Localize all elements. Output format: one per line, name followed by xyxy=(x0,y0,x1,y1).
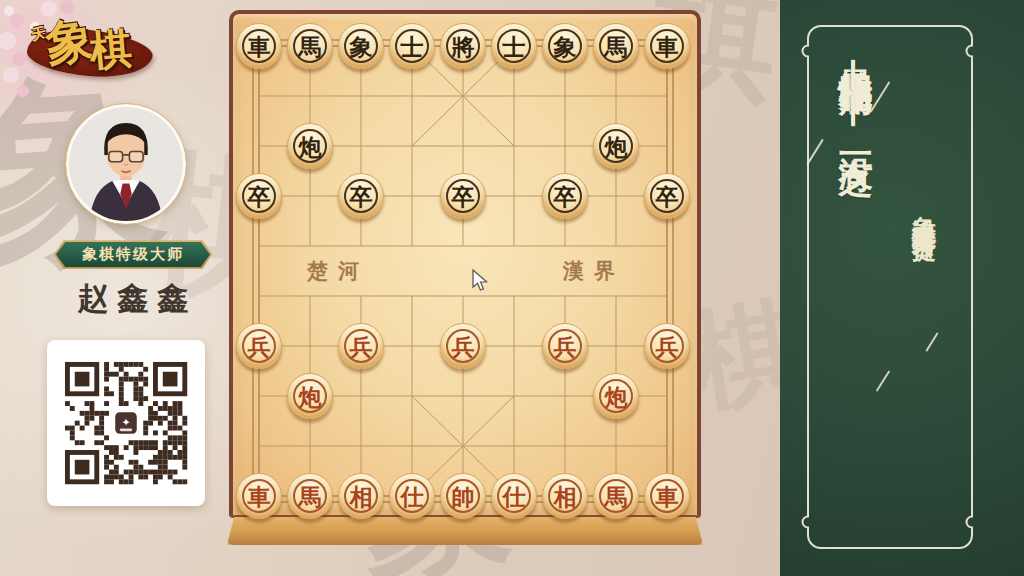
xiangqi-board-area: 楚河 漢界 車馬象士將士象馬車炮炮卒卒卒卒卒兵兵兵兵兵炮炮車馬相仕帥仕相馬車 xyxy=(229,0,701,576)
piece-ring xyxy=(446,329,480,363)
board-base-edge xyxy=(227,517,703,545)
piece-ring xyxy=(395,479,429,513)
xiangqi-board[interactable]: 楚河 漢界 車馬象士將士象馬車炮炮卒卒卒卒卒兵兵兵兵兵炮炮車馬相仕帥仕相馬車 xyxy=(229,10,701,518)
piece-ring xyxy=(446,179,480,213)
piece-red-兵[interactable]: 兵 xyxy=(338,323,384,369)
piece-black-馬[interactable]: 馬 xyxy=(287,23,333,69)
piece-black-卒[interactable]: 卒 xyxy=(542,173,588,219)
piece-ring xyxy=(548,29,582,63)
piece-black-馬[interactable]: 馬 xyxy=(593,23,639,69)
app-window: 象 棋 棋 象 棋 天天 象 棋 象棋特级大 xyxy=(0,0,1024,576)
piece-ring xyxy=(497,479,531,513)
episode-subtitle: 急进中兵首秀告捷 xyxy=(908,196,940,426)
piece-red-兵[interactable]: 兵 xyxy=(542,323,588,369)
piece-ring xyxy=(293,129,327,163)
master-title-banner: 象棋特级大师 xyxy=(54,239,212,270)
piece-red-仕[interactable]: 仕 xyxy=(491,473,537,519)
piece-ring xyxy=(344,179,378,213)
piece-red-馬[interactable]: 馬 xyxy=(287,473,333,519)
piece-ring xyxy=(293,379,327,413)
piece-black-卒[interactable]: 卒 xyxy=(236,173,282,219)
piece-ring xyxy=(395,29,429,63)
piece-ring xyxy=(599,129,633,163)
piece-ring xyxy=(293,29,327,63)
piece-red-相[interactable]: 相 xyxy=(338,473,384,519)
piece-black-車[interactable]: 車 xyxy=(236,23,282,69)
piece-black-卒[interactable]: 卒 xyxy=(338,173,384,219)
avatar-illustration xyxy=(69,107,183,221)
piece-ring xyxy=(650,29,684,63)
piece-ring xyxy=(599,29,633,63)
piece-ring xyxy=(446,29,480,63)
piece-ring xyxy=(242,329,276,363)
piece-red-炮[interactable]: 炮 xyxy=(593,373,639,419)
piece-red-仕[interactable]: 仕 xyxy=(389,473,435,519)
mouse-cursor xyxy=(471,269,491,293)
qr-code-image: ✦ xyxy=(56,353,196,493)
piece-red-車[interactable]: 車 xyxy=(644,473,690,519)
logo-char-qi: 棋 xyxy=(88,20,135,79)
piece-black-士[interactable]: 士 xyxy=(491,23,537,69)
piece-ring xyxy=(650,479,684,513)
player-name: 赵鑫鑫 xyxy=(38,278,228,320)
piece-black-將[interactable]: 將 xyxy=(440,23,486,69)
piece-ring xyxy=(242,479,276,513)
piece-red-相[interactable]: 相 xyxy=(542,473,588,519)
piece-red-馬[interactable]: 馬 xyxy=(593,473,639,519)
master-title-banner-inner: 象棋特级大师 xyxy=(56,241,210,268)
piece-red-兵[interactable]: 兵 xyxy=(644,323,690,369)
piece-black-象[interactable]: 象 xyxy=(338,23,384,69)
qr-code: ✦ xyxy=(47,340,205,506)
episode-main-title: 最凶悍的先手布局——没有之一 xyxy=(833,42,879,547)
piece-red-兵[interactable]: 兵 xyxy=(440,323,486,369)
piece-ring xyxy=(344,29,378,63)
piece-ring xyxy=(344,329,378,363)
piece-black-卒[interactable]: 卒 xyxy=(644,173,690,219)
decorative-frame xyxy=(780,0,1024,576)
piece-red-兵[interactable]: 兵 xyxy=(236,323,282,369)
svg-text:✦: ✦ xyxy=(121,416,130,429)
piece-ring xyxy=(599,379,633,413)
piece-ring xyxy=(599,479,633,513)
piece-black-炮[interactable]: 炮 xyxy=(593,123,639,169)
piece-black-象[interactable]: 象 xyxy=(542,23,588,69)
piece-ring xyxy=(548,179,582,213)
piece-ring xyxy=(344,479,378,513)
right-title-panel: 最凶悍的先手布局——没有之一 急进中兵首秀告捷 xyxy=(780,0,1024,576)
piece-ring xyxy=(446,479,480,513)
piece-red-炮[interactable]: 炮 xyxy=(287,373,333,419)
piece-black-卒[interactable]: 卒 xyxy=(440,173,486,219)
master-title-text: 象棋特级大师 xyxy=(82,245,184,264)
piece-black-炮[interactable]: 炮 xyxy=(287,123,333,169)
piece-black-車[interactable]: 車 xyxy=(644,23,690,69)
piece-ring xyxy=(548,329,582,363)
pieces-layer: 車馬象士將士象馬車炮炮卒卒卒卒卒兵兵兵兵兵炮炮車馬相仕帥仕相馬車 xyxy=(233,14,697,515)
app-logo: 天天 象 棋 xyxy=(10,2,170,98)
piece-red-帥[interactable]: 帥 xyxy=(440,473,486,519)
piece-ring xyxy=(293,479,327,513)
player-avatar xyxy=(66,104,186,224)
piece-red-車[interactable]: 車 xyxy=(236,473,282,519)
piece-ring xyxy=(242,179,276,213)
piece-ring xyxy=(242,29,276,63)
piece-ring xyxy=(497,29,531,63)
piece-ring xyxy=(650,179,684,213)
piece-ring xyxy=(650,329,684,363)
piece-black-士[interactable]: 士 xyxy=(389,23,435,69)
piece-ring xyxy=(548,479,582,513)
